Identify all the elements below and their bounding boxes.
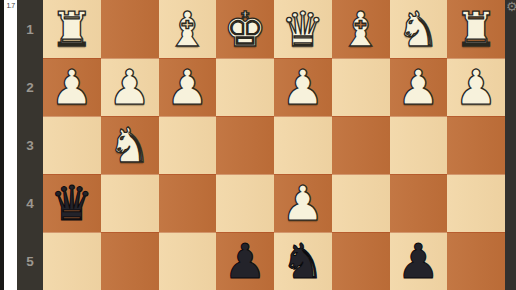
piece-bP-e5: ♟ xyxy=(224,232,267,290)
square-h3[interactable] xyxy=(43,116,101,174)
chess-app-viewport: 1.7 12345 ♜♝♚♛♝♞♜♟♟♟♟♟♟♞♛♟♟♞♟ ⚙ xyxy=(0,0,516,290)
square-f4[interactable] xyxy=(159,174,217,232)
piece-wP-b2: ♟ xyxy=(397,58,440,116)
square-c4[interactable] xyxy=(332,174,390,232)
piece-wB-f1: ♝ xyxy=(166,0,209,58)
square-a1[interactable]: ♜ xyxy=(447,0,505,58)
piece-wP-h2: ♟ xyxy=(50,58,93,116)
chess-board: ♜♝♚♛♝♞♜♟♟♟♟♟♟♞♛♟♟♞♟ xyxy=(43,0,505,290)
rank-label-1: 1 xyxy=(17,0,43,58)
rank-coordinates-strip: 12345 xyxy=(17,0,43,290)
square-c5[interactable] xyxy=(332,232,390,290)
square-b4[interactable] xyxy=(390,174,448,232)
square-h2[interactable]: ♟ xyxy=(43,58,101,116)
square-a5[interactable] xyxy=(447,232,505,290)
right-edge-strip: ⚙ xyxy=(505,0,516,290)
evaluation-value: 1.7 xyxy=(4,0,17,9)
square-d3[interactable] xyxy=(274,116,332,174)
square-f3[interactable] xyxy=(159,116,217,174)
square-d4[interactable]: ♟ xyxy=(274,174,332,232)
square-g4[interactable] xyxy=(101,174,159,232)
square-h5[interactable] xyxy=(43,232,101,290)
piece-bQ-h4: ♛ xyxy=(50,174,93,232)
square-e5[interactable]: ♟ xyxy=(216,232,274,290)
square-e2[interactable] xyxy=(216,58,274,116)
rank-label-5: 5 xyxy=(17,232,43,290)
square-a3[interactable] xyxy=(447,116,505,174)
square-f5[interactable] xyxy=(159,232,217,290)
square-g5[interactable] xyxy=(101,232,159,290)
piece-wK-e1: ♚ xyxy=(224,0,267,58)
settings-gear-icon[interactable]: ⚙ xyxy=(506,0,516,14)
piece-wN-g3: ♞ xyxy=(108,116,151,174)
square-e4[interactable] xyxy=(216,174,274,232)
piece-wN-b1: ♞ xyxy=(397,0,440,58)
rank-label-2: 2 xyxy=(17,58,43,116)
piece-bP-b5: ♟ xyxy=(397,232,440,290)
piece-wP-f2: ♟ xyxy=(166,58,209,116)
square-e1[interactable]: ♚ xyxy=(216,0,274,58)
rank-label-3: 3 xyxy=(17,116,43,174)
piece-wP-d2: ♟ xyxy=(281,58,324,116)
piece-wP-a2: ♟ xyxy=(455,58,498,116)
square-d2[interactable]: ♟ xyxy=(274,58,332,116)
square-b2[interactable]: ♟ xyxy=(390,58,448,116)
square-g1[interactable] xyxy=(101,0,159,58)
piece-wP-g2: ♟ xyxy=(108,58,151,116)
square-g2[interactable]: ♟ xyxy=(101,58,159,116)
square-a4[interactable] xyxy=(447,174,505,232)
square-b1[interactable]: ♞ xyxy=(390,0,448,58)
square-c3[interactable] xyxy=(332,116,390,174)
square-e3[interactable] xyxy=(216,116,274,174)
square-a2[interactable]: ♟ xyxy=(447,58,505,116)
rank-label-4: 4 xyxy=(17,174,43,232)
square-h4[interactable]: ♛ xyxy=(43,174,101,232)
square-b3[interactable] xyxy=(390,116,448,174)
square-c1[interactable]: ♝ xyxy=(332,0,390,58)
piece-wB-c1: ♝ xyxy=(339,0,382,58)
square-f2[interactable]: ♟ xyxy=(159,58,217,116)
square-d5[interactable]: ♞ xyxy=(274,232,332,290)
piece-wR-a1: ♜ xyxy=(455,0,498,58)
square-g3[interactable]: ♞ xyxy=(101,116,159,174)
square-b5[interactable]: ♟ xyxy=(390,232,448,290)
square-c2[interactable] xyxy=(332,58,390,116)
square-d1[interactable]: ♛ xyxy=(274,0,332,58)
piece-wQ-d1: ♛ xyxy=(281,0,324,58)
square-f1[interactable]: ♝ xyxy=(159,0,217,58)
piece-wR-h1: ♜ xyxy=(50,0,93,58)
evaluation-bar: 1.7 xyxy=(4,0,17,290)
piece-wP-d4: ♟ xyxy=(281,174,324,232)
square-h1[interactable]: ♜ xyxy=(43,0,101,58)
piece-bN-d5: ♞ xyxy=(281,232,324,290)
